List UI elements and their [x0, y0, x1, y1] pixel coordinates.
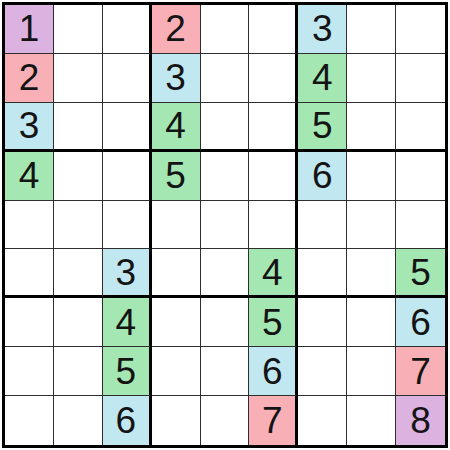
- cell-r7c2[interactable]: [54, 298, 103, 347]
- given-digit: 4: [165, 107, 186, 144]
- cell-r7c4[interactable]: [152, 298, 201, 347]
- cell-r4c2[interactable]: [54, 152, 103, 201]
- cell-r6c3: 3: [103, 249, 152, 298]
- cell-r5c3[interactable]: [103, 201, 152, 250]
- given-digit: 2: [19, 59, 40, 96]
- cell-r4c9[interactable]: [396, 152, 445, 201]
- given-digit: 5: [115, 353, 136, 390]
- cell-r4c5[interactable]: [201, 152, 250, 201]
- cell-r2c5[interactable]: [201, 54, 250, 103]
- cell-r4c4: 5: [152, 152, 201, 201]
- given-digit: 6: [115, 402, 136, 439]
- cell-r1c4: 2: [152, 5, 201, 54]
- cell-r9c4[interactable]: [152, 396, 201, 445]
- cell-r2c2[interactable]: [54, 54, 103, 103]
- cell-r7c8[interactable]: [347, 298, 396, 347]
- cell-r5c2[interactable]: [54, 201, 103, 250]
- cell-r5c4[interactable]: [152, 201, 201, 250]
- cell-r8c3: 5: [103, 347, 152, 396]
- given-digit: 4: [115, 304, 136, 341]
- cell-r8c6: 6: [249, 347, 298, 396]
- cell-r3c6[interactable]: [249, 103, 298, 152]
- cell-r9c9: 8: [396, 396, 445, 445]
- cell-r8c7[interactable]: [298, 347, 347, 396]
- given-digit: 1: [19, 10, 40, 47]
- cell-r6c9: 5: [396, 249, 445, 298]
- given-digit: 2: [165, 10, 186, 47]
- cell-r7c5[interactable]: [201, 298, 250, 347]
- cell-r3c4: 4: [152, 103, 201, 152]
- cell-r2c3[interactable]: [103, 54, 152, 103]
- cell-r4c6[interactable]: [249, 152, 298, 201]
- given-digit: 3: [165, 59, 186, 96]
- cell-r6c6: 4: [249, 249, 298, 298]
- cell-r7c6: 5: [249, 298, 298, 347]
- given-digit: 5: [312, 107, 333, 144]
- cell-r5c1[interactable]: [5, 201, 54, 250]
- given-digit: 4: [262, 254, 283, 291]
- cell-r9c7[interactable]: [298, 396, 347, 445]
- cell-r2c7: 4: [298, 54, 347, 103]
- given-digit: 3: [19, 107, 40, 144]
- cell-r5c7[interactable]: [298, 201, 347, 250]
- cell-r5c9[interactable]: [396, 201, 445, 250]
- cell-r6c5[interactable]: [201, 249, 250, 298]
- cell-r7c3: 4: [103, 298, 152, 347]
- cell-r9c2[interactable]: [54, 396, 103, 445]
- cell-r2c6[interactable]: [249, 54, 298, 103]
- cell-r8c1[interactable]: [5, 347, 54, 396]
- cell-r8c5[interactable]: [201, 347, 250, 396]
- cell-r2c9[interactable]: [396, 54, 445, 103]
- cell-r1c5[interactable]: [201, 5, 250, 54]
- cell-r2c1: 2: [5, 54, 54, 103]
- cell-r9c6: 7: [249, 396, 298, 445]
- given-digit: 6: [262, 353, 283, 390]
- cell-r7c7[interactable]: [298, 298, 347, 347]
- cell-r5c6[interactable]: [249, 201, 298, 250]
- cell-r8c4[interactable]: [152, 347, 201, 396]
- cell-r1c9[interactable]: [396, 5, 445, 54]
- cell-r1c6[interactable]: [249, 5, 298, 54]
- cell-r3c5[interactable]: [201, 103, 250, 152]
- cell-r4c8[interactable]: [347, 152, 396, 201]
- given-digit: 7: [410, 353, 431, 390]
- given-digit: 7: [262, 402, 283, 439]
- given-digit: 5: [410, 254, 431, 291]
- given-digit: 4: [312, 59, 333, 96]
- given-digit: 3: [115, 254, 136, 291]
- cell-r1c2[interactable]: [54, 5, 103, 54]
- given-digit: 5: [165, 157, 186, 194]
- sudoku-board: 123234345456345456567678: [2, 2, 448, 448]
- cell-r9c1[interactable]: [5, 396, 54, 445]
- cell-r3c3[interactable]: [103, 103, 152, 152]
- cell-r1c7: 3: [298, 5, 347, 54]
- given-digit: 6: [410, 304, 431, 341]
- cell-r6c1[interactable]: [5, 249, 54, 298]
- cell-r3c9[interactable]: [396, 103, 445, 152]
- cell-r8c9: 7: [396, 347, 445, 396]
- cell-r6c2[interactable]: [54, 249, 103, 298]
- cell-r7c1[interactable]: [5, 298, 54, 347]
- cell-r5c8[interactable]: [347, 201, 396, 250]
- cell-r8c8[interactable]: [347, 347, 396, 396]
- given-digit: 3: [312, 10, 333, 47]
- cell-r6c7[interactable]: [298, 249, 347, 298]
- cell-r3c7: 5: [298, 103, 347, 152]
- cell-r8c2[interactable]: [54, 347, 103, 396]
- cell-r6c4[interactable]: [152, 249, 201, 298]
- cell-r6c8[interactable]: [347, 249, 396, 298]
- cell-r1c8[interactable]: [347, 5, 396, 54]
- given-digit: 6: [312, 157, 333, 194]
- cell-r3c2[interactable]: [54, 103, 103, 152]
- cell-r4c1: 4: [5, 152, 54, 201]
- given-digit: 4: [19, 157, 40, 194]
- cell-r4c3[interactable]: [103, 152, 152, 201]
- cell-r2c8[interactable]: [347, 54, 396, 103]
- cell-r5c5[interactable]: [201, 201, 250, 250]
- cell-r3c1: 3: [5, 103, 54, 152]
- cell-r4c7: 6: [298, 152, 347, 201]
- cell-r9c3: 6: [103, 396, 152, 445]
- cell-r7c9: 6: [396, 298, 445, 347]
- given-digit: 5: [262, 304, 283, 341]
- cell-r9c5[interactable]: [201, 396, 250, 445]
- cell-r3c8[interactable]: [347, 103, 396, 152]
- cell-r2c4: 3: [152, 54, 201, 103]
- given-digit: 8: [410, 402, 431, 439]
- cell-r1c3[interactable]: [103, 5, 152, 54]
- cell-r1c1: 1: [5, 5, 54, 54]
- cell-r9c8[interactable]: [347, 396, 396, 445]
